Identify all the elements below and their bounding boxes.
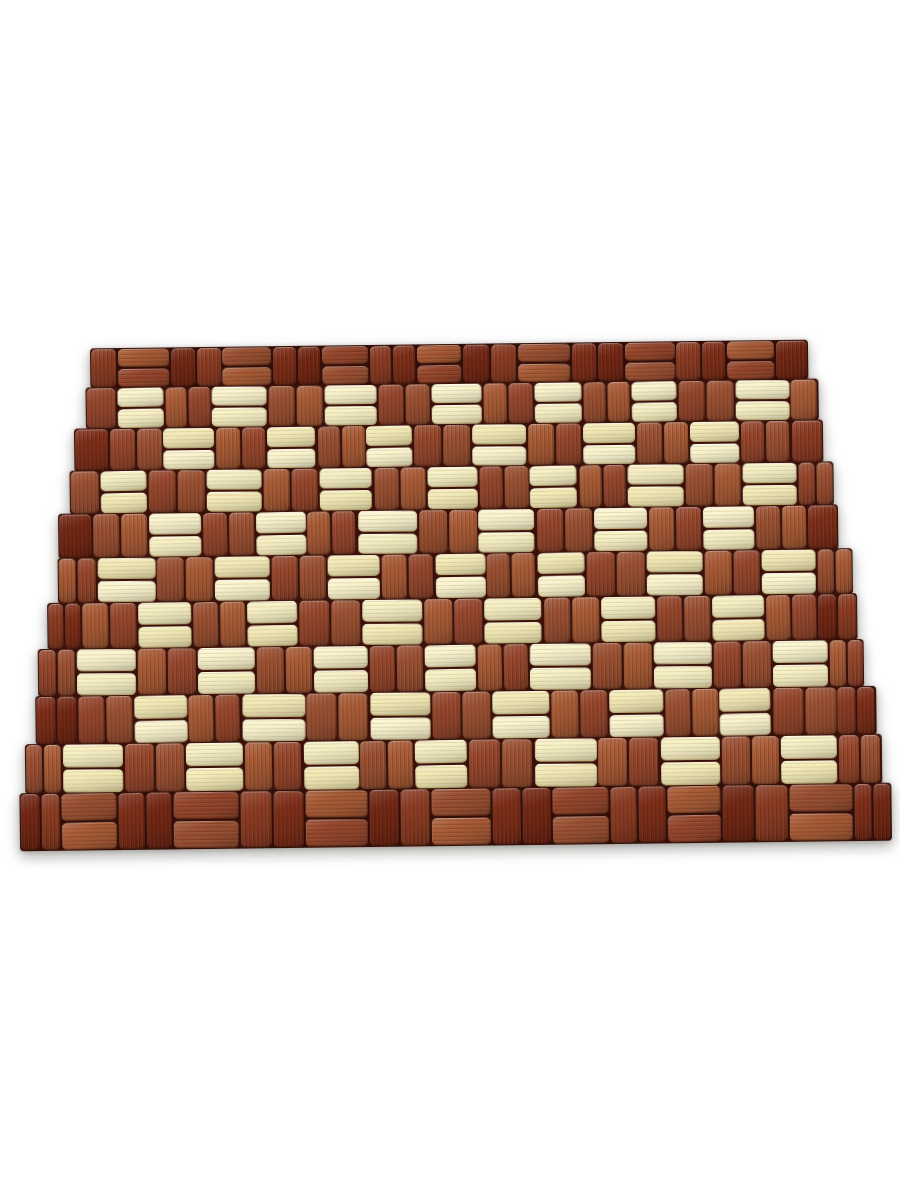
border-cell [493, 788, 551, 845]
wood-slat [719, 688, 771, 712]
wood-slat [638, 786, 665, 843]
wood-slat [242, 694, 305, 717]
wood-slat [583, 423, 635, 443]
dark-cell [665, 689, 719, 737]
wood-slat [331, 600, 361, 645]
light-cell [661, 737, 720, 786]
wood-slat [145, 792, 172, 849]
wood-slat [773, 664, 829, 687]
wood-slat [382, 555, 407, 599]
wood-slat [676, 507, 702, 550]
wood-slat [97, 581, 155, 602]
wood-slat [602, 620, 657, 642]
light-cell [719, 688, 771, 736]
wood-slat [789, 784, 853, 811]
wood-slat [649, 507, 675, 550]
wood-slat [469, 739, 500, 787]
wood-slat [173, 821, 238, 848]
light-cell [207, 470, 262, 512]
wood-slat [587, 552, 615, 596]
border-cell [789, 784, 853, 840]
wood-slat [722, 785, 754, 841]
light-cell [594, 508, 648, 552]
dark-cell [544, 597, 600, 643]
light-cell [628, 464, 684, 506]
wood-slat [835, 549, 852, 593]
wood-slat [320, 468, 373, 489]
wood-slat [77, 649, 137, 671]
dark-cell [679, 381, 734, 421]
border-cell [39, 650, 76, 696]
wood-slat [415, 740, 467, 764]
wood-slat [242, 719, 305, 742]
border-cell [417, 345, 461, 384]
border-cell [240, 791, 304, 847]
wood-slat [594, 508, 648, 529]
wood-slat [25, 745, 42, 793]
wood-slat [537, 552, 585, 574]
light-cell [212, 387, 267, 427]
light-cell [328, 555, 381, 600]
wood-slat [704, 529, 755, 550]
wood-slat [714, 464, 741, 506]
wood-slat [173, 792, 238, 819]
border-cell [171, 348, 221, 386]
wood-slat [443, 425, 470, 466]
wood-slat [306, 819, 368, 846]
wood-slat [117, 408, 163, 428]
wood-slat [839, 735, 859, 783]
light-cell [427, 467, 478, 510]
light-cell [163, 428, 214, 470]
wood-slat [58, 650, 76, 696]
light-cell [247, 601, 298, 647]
border-cell [838, 687, 876, 734]
wood-slat [273, 791, 304, 847]
wood-slat [432, 789, 491, 817]
dark-cell [414, 425, 470, 466]
wood-slat [256, 534, 306, 555]
light-cell [609, 689, 664, 737]
wood-slat [36, 697, 56, 744]
wood-slat [432, 818, 491, 846]
wood-slat [273, 347, 296, 385]
wood-slat [572, 343, 597, 381]
wood-slat [41, 794, 60, 850]
light-cell [366, 425, 413, 467]
wood-slat [630, 738, 660, 786]
wood-slat [163, 428, 214, 448]
dark-cell [188, 694, 240, 742]
dark-cell [484, 383, 533, 424]
wood-slat [203, 513, 228, 556]
wood-slat [274, 742, 302, 790]
wood-slat [82, 603, 109, 648]
border-cell [722, 785, 787, 841]
wood-slat [240, 791, 271, 847]
wood-slat [685, 596, 711, 641]
wood-slat [654, 666, 712, 688]
wood-slat [432, 384, 482, 404]
dark-cell [257, 647, 313, 694]
wood-slat [720, 712, 772, 736]
wood-slat [370, 646, 396, 692]
light-cell [772, 640, 828, 687]
dark-cell [704, 550, 759, 594]
light-cell [781, 735, 838, 784]
dark-cell [269, 386, 323, 426]
wood-slat [782, 505, 807, 548]
wood-slat [215, 556, 270, 577]
dark-cell [264, 469, 318, 511]
light-cell [370, 692, 430, 739]
dark-cell [82, 603, 137, 649]
light-cell [242, 694, 305, 741]
wood-slat [632, 402, 677, 422]
light-cell [530, 465, 578, 508]
wood-slat [62, 744, 123, 767]
dark-cell [766, 594, 817, 640]
wood-slat [657, 596, 683, 641]
light-cell [535, 738, 597, 786]
border-cell [222, 347, 271, 386]
wood-slat [646, 574, 702, 595]
wood-slat [534, 382, 582, 402]
wood-slat [818, 594, 837, 639]
wood-slat [106, 696, 133, 743]
wood-slat [110, 429, 135, 470]
wood-slat [366, 425, 412, 446]
wood-slat [149, 470, 176, 512]
wood-slat [325, 406, 377, 425]
wood-slat [646, 551, 702, 572]
wood-slat [535, 738, 597, 761]
wood-slat [873, 784, 891, 840]
wood-slat [493, 788, 522, 844]
border-cell [552, 787, 609, 844]
border-cell [306, 790, 368, 846]
wood-slat [125, 744, 154, 792]
wood-slat [538, 575, 586, 597]
wood-slat [703, 506, 754, 527]
light-cell [537, 552, 585, 597]
wood-slat [367, 447, 413, 468]
dark-cell [479, 466, 528, 509]
wood-slat [661, 737, 720, 761]
light-cell [492, 691, 550, 739]
wood-slat [77, 673, 137, 695]
dark-cell [657, 596, 711, 642]
border-cell [58, 558, 96, 602]
border-cell [610, 786, 666, 843]
light-cell [97, 558, 155, 602]
border-cell [86, 388, 115, 428]
wood-slat [435, 576, 485, 598]
wood-slat [830, 640, 846, 686]
bamboo-checkerboard-mat [13, 339, 891, 852]
wood-slat [690, 443, 740, 463]
wood-slat [490, 344, 516, 382]
wood-slat [472, 424, 527, 444]
wood-slat [503, 644, 528, 691]
wood-slat [580, 690, 607, 737]
wood-slat [712, 595, 764, 618]
wood-slat [416, 765, 468, 789]
wood-slat [791, 380, 817, 420]
wood-slat [198, 671, 255, 694]
wood-slat [138, 602, 191, 624]
light-cell [761, 550, 815, 595]
wood-slat [118, 793, 145, 850]
wood-slat [307, 693, 337, 740]
wood-slat [387, 740, 414, 789]
dark-cell [637, 422, 688, 464]
wood-slat [727, 361, 774, 380]
wood-slat [492, 715, 549, 738]
wood-slat [609, 714, 664, 737]
border-cell [625, 342, 675, 380]
wood-slat [297, 347, 320, 385]
wood-slat [322, 346, 368, 365]
wood-slat [733, 550, 760, 594]
dark-cell [487, 553, 536, 598]
wood-slat [535, 763, 597, 786]
border-cell [791, 380, 817, 420]
wood-slat [186, 743, 244, 767]
light-cell [478, 509, 535, 552]
wood-slat [808, 505, 838, 548]
wood-slat [207, 470, 262, 490]
wood-slat [762, 573, 816, 595]
wood-slat [370, 692, 430, 715]
wood-slat [48, 604, 64, 649]
wood-slat [601, 596, 656, 618]
border-cell [48, 604, 81, 649]
wood-slat [198, 647, 255, 670]
wood-slat [530, 487, 578, 508]
border-cell [369, 789, 430, 846]
wood-slat [358, 533, 417, 554]
wood-slat [743, 641, 771, 687]
wood-slat [216, 428, 240, 469]
wood-slat [424, 645, 476, 668]
wood-slat [676, 342, 700, 380]
light-cell [267, 427, 316, 469]
wood-slat [479, 466, 503, 508]
wood-slat [756, 506, 781, 549]
wood-slat [242, 427, 266, 468]
wood-slat [393, 345, 415, 383]
wood-slat [417, 345, 461, 364]
wood-slat [223, 367, 272, 386]
border-cell [370, 345, 416, 384]
wood-slat [484, 383, 508, 423]
border-cell [432, 789, 492, 846]
light-cell [712, 595, 764, 641]
border-cell [36, 697, 77, 744]
wood-slat [428, 489, 478, 510]
dark-cell [432, 692, 491, 740]
dark-cell [125, 743, 184, 792]
wood-slat [272, 556, 298, 600]
wood-slat [425, 669, 477, 692]
wood-slat [332, 511, 356, 555]
wood-slat [117, 387, 163, 407]
wood-slat [215, 694, 241, 742]
wood-slat [727, 341, 774, 360]
light-cell [424, 645, 476, 692]
wood-slat [61, 793, 116, 821]
wood-slat [625, 362, 675, 380]
wood-slat [722, 736, 750, 784]
wood-slat [314, 670, 368, 693]
wood-slat [791, 420, 821, 461]
wood-slat [518, 364, 570, 382]
wood-slat [690, 421, 740, 441]
wood-slat [338, 693, 368, 740]
border-cell [667, 785, 721, 842]
wood-slat [110, 603, 137, 648]
wood-slat [776, 341, 807, 379]
dark-cell [110, 429, 162, 470]
wood-slat [186, 768, 244, 792]
wood-slat [478, 509, 534, 530]
wood-slat [667, 785, 721, 813]
wood-slat [164, 449, 215, 469]
wood-slat [306, 790, 368, 817]
wood-slat [487, 553, 511, 597]
wood-slat [328, 555, 381, 577]
light-cell [362, 600, 422, 645]
wood-slat [149, 513, 202, 534]
light-cell [324, 385, 377, 425]
dark-cell [272, 556, 326, 601]
wood-slat [502, 739, 533, 787]
wood-slat [631, 381, 676, 401]
wood-slat [427, 467, 477, 488]
wood-slat [256, 512, 306, 533]
wood-slat [268, 448, 316, 468]
wood-slat [664, 422, 689, 463]
wood-slat [707, 381, 733, 421]
dark-cell [587, 552, 645, 596]
wood-slat [701, 342, 725, 380]
wood-slat [229, 512, 254, 555]
dark-cell [424, 599, 483, 644]
wood-slat [530, 668, 591, 690]
wood-slat [572, 597, 599, 642]
wood-slat [603, 465, 626, 507]
wood-slat [741, 421, 765, 462]
wood-slat [93, 514, 119, 557]
wood-slat [553, 816, 610, 844]
wood-slat [360, 741, 387, 790]
wood-slat [432, 405, 482, 425]
dark-cell [756, 505, 806, 549]
wood-slat [432, 692, 461, 739]
light-cell [703, 506, 755, 550]
wood-slat [518, 344, 570, 362]
dark-cell [477, 644, 528, 691]
border-cell [118, 792, 172, 849]
border-cell [830, 640, 864, 686]
light-cell [149, 513, 202, 557]
wood-slat [598, 343, 623, 381]
wood-slat [773, 688, 803, 735]
dark-cell [741, 421, 790, 463]
wood-slat [314, 646, 368, 669]
wood-slat [625, 342, 675, 360]
light-cell [138, 602, 192, 648]
wood-slat [78, 558, 96, 602]
wood-slat [623, 643, 652, 689]
wood-slat [320, 490, 373, 511]
border-cell [20, 794, 60, 850]
wood-slat [665, 689, 691, 736]
wood-slat [379, 385, 404, 425]
wood-slat [679, 381, 705, 421]
wood-slat [857, 687, 875, 734]
wood-slat [328, 578, 381, 600]
wood-slat [798, 463, 815, 505]
light-cell [743, 463, 797, 505]
wood-slat [401, 467, 426, 509]
wood-slat [556, 424, 582, 465]
wood-slat [322, 366, 368, 385]
wood-slat [454, 599, 483, 644]
border-cell [854, 784, 891, 840]
dark-cell [370, 645, 423, 692]
dark-cell [379, 384, 430, 424]
wood-slat [171, 348, 195, 386]
wood-slat [861, 735, 881, 783]
wood-slat [78, 696, 105, 743]
wood-slat [512, 553, 536, 597]
wood-slat [847, 640, 863, 686]
light-cell [534, 382, 582, 423]
wood-slat [551, 690, 578, 737]
wood-slat [269, 386, 295, 426]
wood-slat [485, 598, 542, 620]
wood-slat [408, 554, 433, 598]
wood-slat [193, 602, 219, 647]
dark-cell [382, 554, 434, 599]
border-cell [59, 514, 92, 557]
wood-slat [58, 559, 76, 603]
wood-slat [781, 760, 837, 784]
wood-slat [654, 642, 712, 664]
dark-cell [374, 467, 426, 510]
light-cell [303, 741, 359, 790]
dark-cell [551, 690, 607, 738]
wood-slat [552, 787, 609, 815]
dark-cell [193, 601, 245, 647]
light-cell [134, 695, 188, 743]
wood-slat [186, 557, 213, 601]
border-cell [776, 341, 807, 379]
wood-slat [324, 385, 376, 404]
wood-slat [136, 429, 161, 470]
wood-slat [188, 695, 214, 743]
light-cell [256, 512, 306, 556]
wood-slat [220, 601, 246, 646]
wood-slat [628, 464, 684, 484]
wood-slat [616, 552, 644, 596]
wood-slat [370, 717, 430, 740]
wood-slat [118, 369, 169, 387]
wood-slat [157, 557, 184, 601]
light-cell [62, 744, 123, 792]
